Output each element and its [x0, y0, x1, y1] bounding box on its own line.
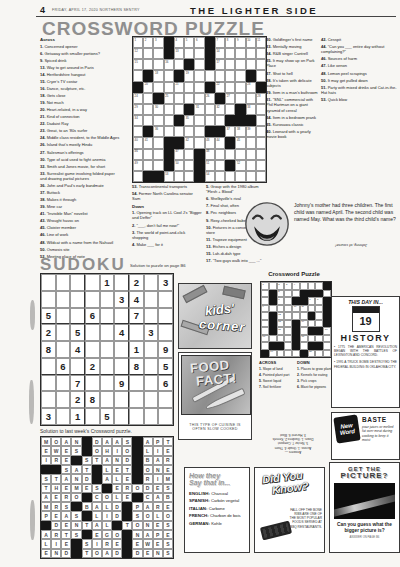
cell: 12 [277, 312, 285, 320]
history-item: • 1995 A TRUCK BOMB DESTROYED THE FEDERA… [334, 360, 397, 368]
cell: S [163, 521, 173, 530]
cell [256, 171, 266, 182]
cell: A [153, 493, 163, 502]
cell: M [163, 474, 173, 483]
cell: A [41, 530, 51, 539]
clue: 13. Way to get around in Paris [40, 65, 120, 70]
cell [205, 104, 215, 115]
black-cell [308, 312, 316, 320]
scan-smudge [30, 500, 35, 540]
cell: E [163, 530, 173, 539]
cell: 46 [133, 149, 143, 160]
cell: 27 [225, 93, 235, 104]
clue: 39. Mine car [40, 204, 120, 209]
black-cell [132, 456, 142, 465]
sudoku-cell [100, 391, 115, 408]
clue: 53. Transcontinental transports [132, 184, 202, 189]
sudoku-cell: 9 [158, 341, 173, 358]
cell [164, 126, 174, 137]
black-cell [292, 297, 300, 305]
sudoku-cell: 4 [70, 341, 85, 358]
mini-across: ACROSS 1. Slope of land4. Pointed plant … [259, 360, 293, 392]
cell [284, 297, 292, 305]
cell: B [163, 493, 173, 502]
dyk-fact: FALL OFF THE BONE RIBS ARE ONE OF THE MO… [289, 508, 322, 529]
cell [315, 350, 323, 358]
cell [133, 70, 143, 81]
black-cell [323, 282, 331, 290]
black-cell [300, 290, 308, 298]
cell: A [102, 437, 112, 446]
clue: 18. Gets close [40, 93, 120, 98]
mini-crossword-grid: 1234567891011121314151617181920 [260, 281, 332, 358]
sudoku-cell [158, 291, 173, 308]
black-cell [132, 493, 142, 502]
cell [323, 290, 331, 298]
sudoku-cell [144, 308, 159, 325]
cell: 10 [246, 37, 256, 48]
clue: 9. Spiced drink [40, 58, 120, 63]
cell: A [102, 474, 112, 483]
cell [225, 70, 235, 81]
clue: 51. Party with mixed drinks and Cat-in-t… [321, 85, 399, 96]
cell: A [102, 549, 112, 558]
sudoku-cell [41, 375, 56, 392]
cell: 35 [184, 115, 194, 126]
cell: 22 [215, 82, 225, 93]
cell: 13 [174, 48, 184, 59]
cell: O [71, 493, 81, 502]
cell: 29 [133, 104, 143, 115]
cell [292, 312, 300, 320]
cell: B [143, 456, 153, 465]
scan-smudge [30, 300, 35, 330]
section-title: THE LIGHTER SIDE [190, 5, 318, 16]
cell: 13 [277, 320, 285, 328]
cell: W [143, 539, 153, 548]
black-cell [143, 171, 153, 182]
sudoku-cell [56, 391, 71, 408]
cell: E [112, 484, 122, 493]
black-cell [102, 484, 112, 493]
cell [184, 160, 194, 171]
cell: O [132, 521, 142, 530]
cell [205, 115, 215, 126]
sudoku-cell [129, 391, 144, 408]
cell: 30 [153, 104, 163, 115]
clue: 40. Leonard with a yearly movie book [266, 129, 318, 140]
clue: 28. It's taken with delicate subjects [266, 78, 318, 89]
sudoku-cell [56, 375, 71, 392]
mini-answer-line: Across: 1. Grade 4. Thorn [258, 445, 328, 449]
cell [284, 350, 292, 358]
sudoku-cell [129, 324, 144, 341]
cell: A [153, 456, 163, 465]
cell [256, 160, 266, 171]
cell: N [71, 521, 81, 530]
cell [194, 115, 204, 126]
say-it-box: How they Say that in... ENGLISH: Charcoa… [184, 467, 250, 553]
clue: 31. "SNL" commercial with Phil Hartman o… [266, 97, 318, 113]
cell [256, 104, 266, 115]
black-cell [153, 93, 163, 104]
mini-answer-line: 3. Harvest 6. Blast [258, 432, 328, 436]
cell: E [41, 549, 51, 558]
cell [215, 115, 225, 126]
cell: L [112, 474, 122, 483]
cell [133, 171, 143, 182]
cell: 40 [133, 137, 143, 148]
sudoku-cell [144, 358, 159, 375]
sudoku-note: Solution to puzzle on page B6 [130, 263, 186, 268]
black-cell [269, 290, 277, 298]
cell [261, 327, 269, 335]
cell: A [143, 502, 153, 511]
cell: 8 [225, 37, 235, 48]
language-entry: ENGLISH: Charcoal [189, 491, 245, 496]
cell: E [61, 446, 71, 455]
cell [261, 297, 269, 305]
cell: T [92, 456, 102, 465]
cell: D [51, 521, 61, 530]
clue: 3. Pick crops [297, 379, 333, 383]
cell: L [92, 511, 102, 520]
cell: M [41, 437, 51, 446]
cell [143, 160, 153, 171]
black-cell [315, 342, 323, 350]
cell: 16 [164, 59, 174, 70]
black-cell [323, 320, 331, 328]
cell: S [92, 484, 102, 493]
sudoku-cell [114, 358, 129, 375]
sudoku-cell [158, 408, 173, 425]
cell: O [132, 484, 142, 493]
clue: 1. Places to grow plants [297, 367, 333, 371]
black-cell [132, 474, 142, 483]
mini-down-list: 1. Places to grow plants2. Kernels for e… [297, 367, 333, 390]
sudoku-cell: 6 [85, 308, 100, 325]
cell [315, 305, 323, 313]
black-cell [41, 465, 51, 474]
cell: D [82, 474, 92, 483]
cell: E [51, 511, 61, 520]
history-title: HISTORY [334, 333, 397, 343]
mini-down: DOWN 1. Places to grow plants2. Kernels … [297, 360, 333, 392]
clue: 38. Makes it through [40, 197, 120, 202]
cell: P [132, 502, 142, 511]
cell: 51 [205, 160, 215, 171]
cell: 16 [323, 327, 331, 335]
sudoku-cell [70, 274, 85, 291]
cell: 7 [215, 37, 225, 48]
cell [292, 290, 300, 298]
gpt-caption: Can you guess what the bigger picture is… [333, 522, 396, 534]
black-cell [315, 290, 323, 298]
clue: 46. Sources of harm [321, 56, 399, 61]
sudoku-cell [56, 408, 71, 425]
cell: 44 [215, 137, 225, 148]
gpt-title-2: PICTURE? [333, 472, 396, 480]
clue: 23. Mentally moving [266, 44, 318, 49]
cell: 4 [292, 282, 300, 290]
cell [225, 82, 235, 93]
sudoku-cell [144, 408, 159, 425]
cell: S [61, 502, 71, 511]
black-cell [323, 297, 331, 305]
down-clue-list: 1. Opening track on LL Cool J's "Bigger … [132, 210, 202, 247]
black-cell [269, 297, 277, 305]
get-picture-box: GET THE PICTURE? Can you guess what the … [329, 462, 400, 553]
cell [261, 312, 269, 320]
cell [215, 70, 225, 81]
cell: I [153, 446, 163, 455]
black-cell [122, 511, 132, 520]
clue: 48. Wildcat with a name from the Nahuatl [40, 240, 120, 245]
calendar-day: 19 [353, 313, 379, 330]
did-you-know-box: Did You Know? FALL OFF THE BONE RIBS ARE… [254, 467, 325, 553]
clue: 15. Cryer's TV costar [40, 79, 120, 84]
cell [153, 82, 163, 93]
mini-answers-upside-down: Answers —Across: 1. Grade 4. Thorn5. Nec… [258, 432, 328, 454]
sudoku-cell [100, 324, 115, 341]
black-cell [71, 539, 81, 548]
kids-corner-word2: corner [199, 316, 246, 334]
cell: 17 [215, 59, 225, 70]
cell: 12 [133, 48, 143, 59]
cell: 26 [205, 93, 215, 104]
cell: I [112, 446, 122, 455]
cell: 47 [174, 149, 184, 160]
say-entries: ENGLISH: CharcoalSPANISH: Carbón vegetal… [189, 491, 245, 526]
sudoku-cell [129, 375, 144, 392]
black-cell [82, 511, 92, 520]
black-cell [174, 70, 184, 81]
crossword-clues-col2: 53. Transcontinental transports54. Forme… [132, 184, 202, 249]
gpt-credit: ANSWER ON PAGE B6 [333, 535, 396, 539]
cell: S [41, 474, 51, 483]
black-cell [308, 327, 316, 335]
cell [246, 171, 256, 182]
clue: 42. Cesspit [321, 37, 399, 42]
cell: T [41, 484, 51, 493]
ribs-photo [260, 521, 292, 541]
cell [133, 126, 143, 137]
cell: 7 [308, 297, 316, 305]
cell [143, 59, 153, 70]
cell: P [153, 530, 163, 539]
cell: N [71, 437, 81, 446]
calendar-icon: 19 [352, 306, 380, 332]
cell: S [132, 511, 142, 520]
language-entry: SPANISH: Carbón vegetal [189, 498, 245, 503]
new-word-definition: pour juices or melted fat over meat duri… [362, 425, 396, 443]
cell [225, 104, 235, 115]
black-cell [132, 465, 142, 474]
sudoku-cell [85, 324, 100, 341]
cell [194, 93, 204, 104]
black-cell [143, 126, 153, 137]
clue: 32. Smith and Jones movie, for short [40, 164, 120, 169]
black-cell [174, 115, 184, 126]
cell [256, 137, 266, 148]
cell: 23 [246, 82, 256, 93]
clue: 26. Island that's mostly Hindu [40, 142, 120, 147]
cell: W [51, 446, 61, 455]
cell: E [112, 465, 122, 474]
cell: 17 [261, 335, 269, 343]
cell [194, 82, 204, 93]
black-cell [41, 521, 51, 530]
sudoku-cell [41, 358, 56, 375]
black-cell [292, 327, 300, 335]
cell [194, 126, 204, 137]
cell: P [153, 437, 163, 446]
clue: 22. Dadaist Ray [40, 121, 120, 126]
clue: 54. Former North Carolina senator Sam [132, 191, 202, 202]
cell: 6 [277, 297, 285, 305]
cell: A [92, 502, 102, 511]
sudoku-cell: 2 [41, 324, 56, 341]
sudoku-cell [144, 274, 159, 291]
cell: L [153, 511, 163, 520]
cell [256, 126, 266, 137]
cell [184, 82, 194, 93]
cell [308, 282, 316, 290]
black-cell [122, 530, 132, 539]
black-cell [133, 82, 143, 93]
sudoku-cell [114, 308, 129, 325]
black-cell [300, 350, 308, 358]
cell [269, 282, 277, 290]
food-fact-box: FOOD FACT! THIS TYPE OF CUISINE IS OFTEN… [178, 352, 252, 440]
new-word-word: BASTE [362, 416, 396, 423]
cell: I [153, 474, 163, 483]
black-cell [225, 115, 235, 126]
cell [261, 320, 269, 328]
cell [143, 104, 153, 115]
cell [300, 342, 308, 350]
cell: S [71, 446, 81, 455]
cell [269, 335, 277, 343]
black-cell [132, 446, 142, 455]
cell: 2 [277, 282, 285, 290]
mini-crossword-title: Crossword Puzzle [258, 271, 330, 277]
cell [194, 48, 204, 59]
sudoku-cell [114, 341, 129, 358]
cell [174, 93, 184, 104]
cell [284, 320, 292, 328]
cell [143, 149, 153, 160]
cell: R [51, 456, 61, 465]
cell: C [143, 493, 153, 502]
cell [174, 126, 184, 137]
black-cell [315, 327, 323, 335]
cell: D [132, 549, 142, 558]
cell: 32 [215, 104, 225, 115]
cell [235, 70, 245, 81]
cell: R [102, 539, 112, 548]
cell [269, 305, 277, 313]
sudoku-cell [41, 391, 56, 408]
black-cell [82, 437, 92, 446]
cell [194, 137, 204, 148]
sudoku-cell [85, 375, 100, 392]
kids-corner-word1: kids' [204, 301, 235, 319]
cell: 52 [235, 160, 245, 171]
black-cell [292, 320, 300, 328]
cell: 14 [300, 320, 308, 328]
sudoku-cell: 7 [129, 308, 144, 325]
cell: N [153, 549, 163, 558]
clue: 20. Goldfinger's first name [266, 37, 318, 42]
black-cell [256, 82, 266, 93]
cell: E [61, 521, 71, 530]
clue: 19. Not much [40, 100, 120, 105]
cell [225, 48, 235, 59]
cell: A [92, 521, 102, 530]
cell: E [122, 474, 132, 483]
cell [164, 115, 174, 126]
cell: S [163, 539, 173, 548]
cell: L [112, 493, 122, 502]
sudoku-cell [70, 358, 85, 375]
cell: A [71, 465, 81, 474]
cell [315, 320, 323, 328]
sudoku-cell [100, 341, 115, 358]
clue: 7. Soil fertilizer [259, 385, 293, 389]
cell: A [112, 437, 122, 446]
black-cell [261, 350, 269, 358]
black-cell [82, 530, 92, 539]
cell: M [71, 484, 81, 493]
black-cell [323, 312, 331, 320]
cell: E [153, 484, 163, 493]
clue: 48. Lemon peel scrapings [321, 71, 399, 76]
sudoku-grid: 1233456725438419628579628315 [40, 273, 174, 426]
cell [164, 82, 174, 93]
cell [284, 342, 292, 350]
cell [164, 70, 174, 81]
cell: E [143, 549, 153, 558]
cell [308, 305, 316, 313]
sudoku-cell: 3 [114, 291, 129, 308]
cell: D [61, 549, 71, 558]
food-fact-caption: THIS TYPE OF CUISINE IS OFTEN SLOW COOKE… [181, 423, 249, 431]
black-cell [225, 137, 235, 148]
cell: 54 [205, 171, 215, 182]
black-cell [184, 59, 194, 70]
cell [184, 48, 194, 59]
sudoku-cell [85, 341, 100, 358]
sudoku-cell: 5 [70, 324, 85, 341]
cell: 8 [315, 297, 323, 305]
cell: T [122, 521, 132, 530]
black-cell [164, 48, 174, 59]
cell: S [71, 511, 81, 520]
black-cell [269, 320, 277, 328]
cell [215, 171, 225, 182]
mini-across-heading: ACROSS [259, 360, 293, 365]
clue: 33. Surrealist game involving folded pap… [40, 171, 120, 182]
cell: E [132, 539, 142, 548]
cell: R [51, 530, 61, 539]
clue: 50. Osmosis site [40, 247, 120, 252]
sudoku-cell [114, 408, 129, 425]
black-cell [82, 493, 92, 502]
language-entry: FRENCH: Charbon de bois [189, 513, 245, 518]
history-items: • 1775 THE AMERICAN REVOLUTION BEGAN WIT… [334, 345, 397, 369]
cell: O [102, 493, 112, 502]
